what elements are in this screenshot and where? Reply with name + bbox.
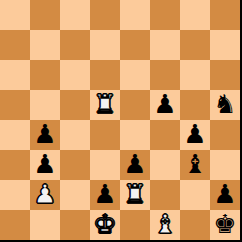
square-h3[interactable] [210,150,240,180]
square-d8[interactable] [90,0,120,30]
square-a4[interactable] [0,120,30,150]
square-a3[interactable] [0,150,30,180]
square-e4[interactable] [120,120,150,150]
square-g3[interactable]: ♝ [180,150,210,180]
square-b7[interactable] [30,30,60,60]
square-d3[interactable] [90,150,120,180]
square-b5[interactable] [30,90,60,120]
square-h1[interactable]: ♚ [210,210,240,240]
black-king[interactable]: ♚ [210,210,240,240]
square-c7[interactable] [60,30,90,60]
square-f2[interactable] [150,180,180,210]
square-h5[interactable]: ♞ [210,90,240,120]
square-d1[interactable]: ♚ [90,210,120,240]
square-e8[interactable] [120,0,150,30]
square-d4[interactable] [90,120,120,150]
square-e7[interactable] [120,30,150,60]
square-a6[interactable] [0,60,30,90]
square-b8[interactable] [30,0,60,30]
square-c2[interactable] [60,180,90,210]
square-g7[interactable] [180,30,210,60]
square-h7[interactable] [210,30,240,60]
white-king[interactable]: ♚ [90,210,120,240]
black-knight[interactable]: ♞ [210,90,240,120]
square-f6[interactable] [150,60,180,90]
black-pawn[interactable]: ♟ [120,150,150,180]
square-b1[interactable] [30,210,60,240]
square-a2[interactable] [0,180,30,210]
black-pawn[interactable]: ♟ [30,120,60,150]
square-d6[interactable] [90,60,120,90]
square-f3[interactable] [150,150,180,180]
square-d2[interactable]: ♟ [90,180,120,210]
square-a7[interactable] [0,30,30,60]
square-f8[interactable] [150,0,180,30]
square-d7[interactable] [90,30,120,60]
black-pawn[interactable]: ♟ [180,120,210,150]
square-a8[interactable] [0,0,30,30]
square-g1[interactable] [180,210,210,240]
square-b4[interactable]: ♟ [30,120,60,150]
square-a1[interactable] [0,210,30,240]
chess-board: ♜♟♞♟♟♟♟♝♟♟♜♟♚♝♚ [0,0,240,240]
board-frame: ♜♟♞♟♟♟♟♝♟♟♜♟♚♝♚ [0,0,242,242]
square-h2[interactable]: ♟ [210,180,240,210]
square-b2[interactable]: ♟ [30,180,60,210]
black-pawn[interactable]: ♟ [30,150,60,180]
square-e3[interactable]: ♟ [120,150,150,180]
square-g8[interactable] [180,0,210,30]
square-c5[interactable] [60,90,90,120]
black-bishop[interactable]: ♝ [180,150,210,180]
white-pawn[interactable]: ♟ [30,180,60,210]
square-h8[interactable] [210,0,240,30]
square-g5[interactable] [180,90,210,120]
square-g6[interactable] [180,60,210,90]
square-g4[interactable]: ♟ [180,120,210,150]
square-c3[interactable] [60,150,90,180]
square-c6[interactable] [60,60,90,90]
white-bishop[interactable]: ♝ [150,210,180,240]
square-b3[interactable]: ♟ [30,150,60,180]
square-h4[interactable] [210,120,240,150]
square-f4[interactable] [150,120,180,150]
square-b6[interactable] [30,60,60,90]
square-a5[interactable] [0,90,30,120]
square-e6[interactable] [120,60,150,90]
white-rook[interactable]: ♜ [120,180,150,210]
black-pawn[interactable]: ♟ [90,180,120,210]
square-d5[interactable]: ♜ [90,90,120,120]
square-c1[interactable] [60,210,90,240]
square-e5[interactable] [120,90,150,120]
square-e2[interactable]: ♜ [120,180,150,210]
square-e1[interactable] [120,210,150,240]
square-f7[interactable] [150,30,180,60]
white-rook[interactable]: ♜ [90,90,120,120]
square-g2[interactable] [180,180,210,210]
black-pawn[interactable]: ♟ [210,180,240,210]
square-c4[interactable] [60,120,90,150]
square-h6[interactable] [210,60,240,90]
square-f1[interactable]: ♝ [150,210,180,240]
square-c8[interactable] [60,0,90,30]
black-pawn[interactable]: ♟ [150,90,180,120]
square-f5[interactable]: ♟ [150,90,180,120]
